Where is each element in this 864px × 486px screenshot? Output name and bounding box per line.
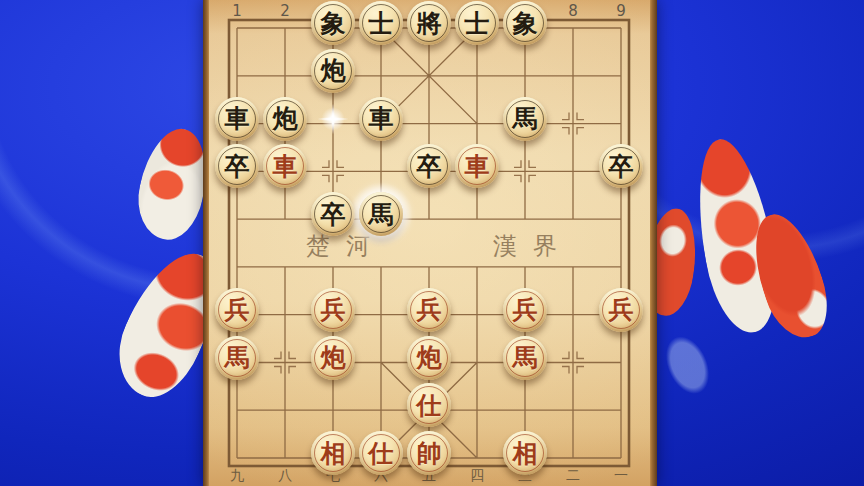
red-soldier[interactable]: 兵 [215,288,259,332]
last-move-origin-sparkle [318,104,348,134]
red-soldier[interactable]: 兵 [599,288,643,332]
piece-character: 炮 [417,345,442,370]
red-advisor[interactable]: 仕 [407,383,451,427]
red-cannon[interactable]: 炮 [407,336,451,380]
piece-character: 車 [465,154,490,179]
piece-character: 卒 [417,154,442,179]
red-advisor[interactable]: 仕 [359,431,403,475]
file-label-bottom-8: 二 [566,467,580,485]
red-chariot[interactable]: 車 [455,144,499,188]
piece-character: 馬 [513,106,538,131]
piece-character: 卒 [225,154,250,179]
black-soldier[interactable]: 卒 [407,144,451,188]
piece-character: 卒 [321,202,346,227]
red-soldier[interactable]: 兵 [503,288,547,332]
black-elephant[interactable]: 象 [503,1,547,45]
koi-fish-faint [652,324,729,421]
black-cannon[interactable]: 炮 [311,49,355,93]
file-label-top-8: 8 [568,2,578,20]
piece-character: 兵 [417,297,442,322]
black-soldier[interactable]: 卒 [215,144,259,188]
red-horse[interactable]: 馬 [215,336,259,380]
red-general[interactable]: 帥 [407,431,451,475]
piece-character: 仕 [417,393,442,418]
piece-character: 炮 [321,345,346,370]
piece-character: 馬 [369,202,394,227]
piece-character: 將 [417,11,442,36]
piece-character: 士 [465,11,490,36]
piece-character: 仕 [369,441,394,466]
file-label-top-2: 2 [280,2,290,20]
piece-character: 士 [369,11,394,36]
red-soldier[interactable]: 兵 [407,288,451,332]
red-horse[interactable]: 馬 [503,336,547,380]
black-advisor[interactable]: 士 [359,1,403,45]
piece-character: 相 [321,441,346,466]
black-horse[interactable]: 馬 [359,192,403,236]
black-advisor[interactable]: 士 [455,1,499,45]
red-chariot[interactable]: 車 [263,144,307,188]
black-chariot[interactable]: 車 [215,97,259,141]
xiangqi-app-screen: 123456789 九八七六五四三二一 楚河 漢界 象士將士象炮車炮車馬卒車卒車… [0,0,864,486]
black-soldier[interactable]: 卒 [599,144,643,188]
file-label-bottom-9: 一 [614,467,628,485]
file-label-bottom-1: 九 [230,467,244,485]
file-label-top-9: 9 [616,2,626,20]
piece-character: 兵 [609,297,634,322]
piece-character: 車 [225,106,250,131]
piece-character: 馬 [225,345,250,370]
black-elephant[interactable]: 象 [311,1,355,45]
piece-character: 炮 [273,106,298,131]
piece-character: 兵 [225,297,250,322]
piece-character: 象 [321,11,346,36]
piece-character: 炮 [321,58,346,83]
piece-character: 帥 [417,441,442,466]
file-label-bottom-2: 八 [278,467,292,485]
piece-character: 車 [369,106,394,131]
black-horse[interactable]: 馬 [503,97,547,141]
piece-character: 卒 [609,154,634,179]
piece-character: 馬 [513,345,538,370]
piece-character: 象 [513,11,538,36]
piece-character: 車 [273,154,298,179]
black-soldier[interactable]: 卒 [311,192,355,236]
black-general[interactable]: 將 [407,1,451,45]
file-label-bottom-6: 四 [470,467,484,485]
piece-character: 兵 [321,297,346,322]
file-label-top-1: 1 [232,2,242,20]
piece-character: 相 [513,441,538,466]
xiangqi-board[interactable]: 123456789 九八七六五四三二一 楚河 漢界 象士將士象炮車炮車馬卒車卒車… [203,0,657,486]
black-chariot[interactable]: 車 [359,97,403,141]
black-cannon[interactable]: 炮 [263,97,307,141]
piece-character: 兵 [513,297,538,322]
red-soldier[interactable]: 兵 [311,288,355,332]
river-label-han-jie: 漢界 [470,230,580,262]
red-elephant[interactable]: 相 [503,431,547,475]
red-cannon[interactable]: 炮 [311,336,355,380]
red-elephant[interactable]: 相 [311,431,355,475]
